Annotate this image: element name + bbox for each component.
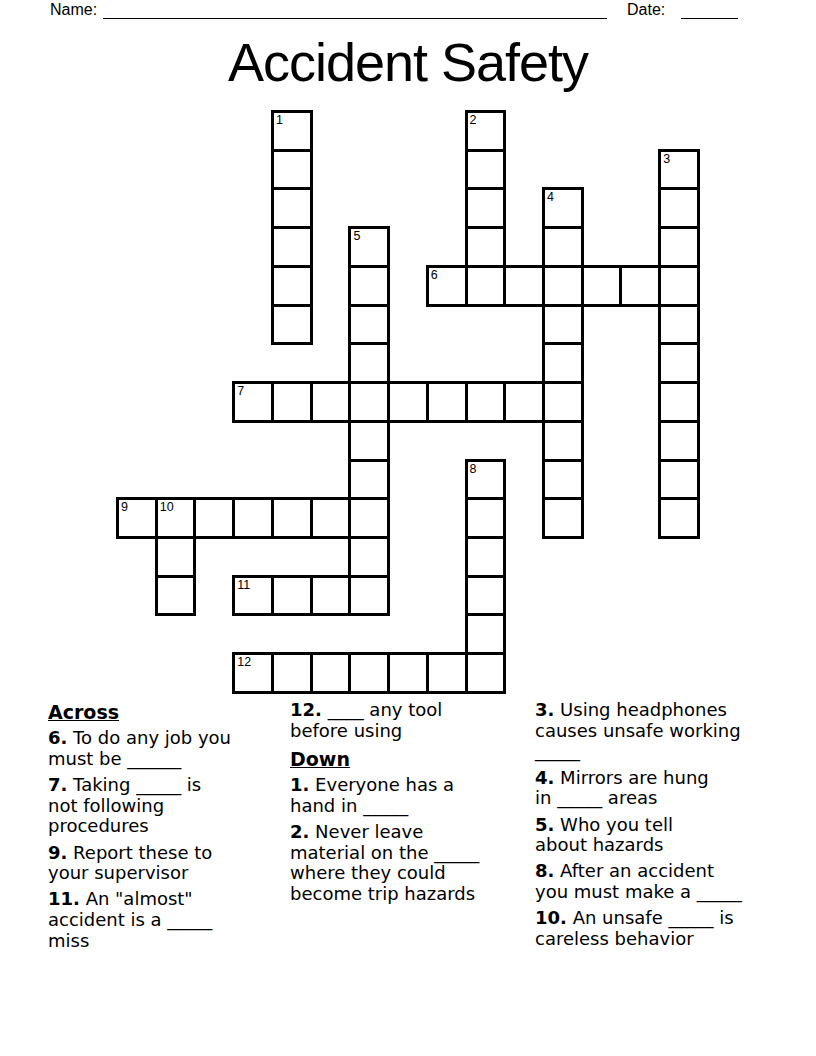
grid-cell-r4c13[interactable] bbox=[619, 265, 661, 307]
grid-cell-r5c14[interactable] bbox=[658, 304, 700, 346]
clue-text: Using headphones causes unsafe working _… bbox=[535, 699, 741, 761]
grid-cell-r7c10[interactable] bbox=[503, 381, 545, 423]
grid-cell-r8c14[interactable] bbox=[658, 420, 700, 462]
clue-number: 11. bbox=[48, 888, 80, 909]
grid-cell-r2c4[interactable] bbox=[271, 187, 313, 229]
clue-number: 4. bbox=[535, 767, 554, 788]
grid-cell-r4c6[interactable] bbox=[348, 265, 390, 307]
grid-cell-r5c6[interactable] bbox=[348, 304, 390, 346]
page-title: Accident Safety bbox=[0, 34, 816, 90]
grid-cell-r6c14[interactable] bbox=[658, 342, 700, 384]
cell-number-10: 10 bbox=[160, 501, 174, 514]
grid-cell-r7c6[interactable] bbox=[348, 381, 390, 423]
clue-12-across: 12. ____ any tool before using bbox=[290, 700, 530, 741]
grid-cell-r14c6[interactable] bbox=[348, 652, 390, 694]
grid-cell-r11c9[interactable] bbox=[465, 536, 507, 578]
clue-text: Report these to your supervisor bbox=[48, 842, 212, 884]
cell-number-12: 12 bbox=[237, 656, 251, 669]
cell-number-8: 8 bbox=[470, 463, 477, 476]
grid-cell-r12c6[interactable] bbox=[348, 575, 390, 617]
grid-cell-r14c9[interactable] bbox=[465, 652, 507, 694]
grid-cell-r3c4[interactable] bbox=[271, 226, 313, 268]
cell-number-6: 6 bbox=[431, 269, 438, 282]
name-fill-line[interactable] bbox=[103, 0, 607, 19]
clues-column-right: 3. Using headphones causes unsafe workin… bbox=[535, 700, 793, 955]
grid-cell-r4c12[interactable] bbox=[581, 265, 623, 307]
grid-cell-r3c9[interactable] bbox=[465, 226, 507, 268]
grid-cell-r7c9[interactable] bbox=[465, 381, 507, 423]
clue-8-down: 8. After an accident you must make a ___… bbox=[535, 861, 793, 902]
cell-number-9: 9 bbox=[121, 501, 128, 514]
grid-cell-r6c6[interactable] bbox=[348, 342, 390, 384]
cell-number-7: 7 bbox=[237, 385, 244, 398]
down-heading: Down bbox=[290, 747, 530, 771]
clue-11-across: 11. An "almost" accident is a _____ miss bbox=[48, 889, 293, 951]
grid-cell-r12c5[interactable] bbox=[310, 575, 352, 617]
grid-cell-r7c8[interactable] bbox=[426, 381, 468, 423]
clue-3-down: 3. Using headphones causes unsafe workin… bbox=[535, 700, 793, 762]
grid-cell-r7c11[interactable] bbox=[542, 381, 584, 423]
grid-cell-r10c14[interactable] bbox=[658, 497, 700, 539]
clues-column-left: Across 6. To do any job you must be ____… bbox=[48, 700, 293, 957]
grid-cell-r9c11[interactable] bbox=[542, 459, 584, 501]
clue-6-across: 6. To do any job you must be ______ bbox=[48, 728, 293, 769]
grid-cell-r14c8[interactable] bbox=[426, 652, 468, 694]
crossword-grid: 123456789101112 bbox=[116, 110, 697, 691]
grid-cell-r10c5[interactable] bbox=[310, 497, 352, 539]
clue-9-across: 9. Report these to your supervisor bbox=[48, 843, 293, 884]
grid-cell-r12c1[interactable] bbox=[155, 575, 197, 617]
grid-cell-r3c11[interactable] bbox=[542, 226, 584, 268]
grid-cell-r12c4[interactable] bbox=[271, 575, 313, 617]
clue-number: 10. bbox=[535, 907, 567, 928]
grid-cell-r2c14[interactable] bbox=[658, 187, 700, 229]
clue-5-down: 5. Who you tell about hazards bbox=[535, 815, 793, 856]
grid-cell-r10c9[interactable] bbox=[465, 497, 507, 539]
date-fill-line[interactable] bbox=[681, 0, 738, 19]
grid-cell-r4c14[interactable] bbox=[658, 265, 700, 307]
grid-cell-r14c7[interactable] bbox=[387, 652, 429, 694]
clue-number: 7. bbox=[48, 774, 67, 795]
clue-text: Who you tell about hazards bbox=[535, 814, 673, 856]
clue-number: 6. bbox=[48, 727, 67, 748]
clue-text: Never leave material on the _____ where … bbox=[290, 821, 479, 904]
grid-cell-r13c9[interactable] bbox=[465, 613, 507, 655]
grid-cell-r7c5[interactable] bbox=[310, 381, 352, 423]
cell-number-2: 2 bbox=[470, 114, 477, 127]
clue-number: 8. bbox=[535, 860, 554, 881]
clue-10-down: 10. An unsafe _____ is careless behavior bbox=[535, 908, 793, 949]
grid-cell-r1c9[interactable] bbox=[465, 149, 507, 191]
grid-cell-r6c11[interactable] bbox=[542, 342, 584, 384]
cell-number-11: 11 bbox=[237, 579, 250, 592]
grid-cell-r14c4[interactable] bbox=[271, 652, 313, 694]
grid-cell-r12c9[interactable] bbox=[465, 575, 507, 617]
grid-cell-r8c6[interactable] bbox=[348, 420, 390, 462]
grid-cell-r5c11[interactable] bbox=[542, 304, 584, 346]
grid-cell-r10c6[interactable] bbox=[348, 497, 390, 539]
grid-cell-r2c9[interactable] bbox=[465, 187, 507, 229]
grid-cell-r14c5[interactable] bbox=[310, 652, 352, 694]
grid-cell-r9c14[interactable] bbox=[658, 459, 700, 501]
clue-text: Everyone has a hand in _____ bbox=[290, 774, 454, 816]
name-label: Name: bbox=[50, 1, 97, 19]
grid-cell-r10c4[interactable] bbox=[271, 497, 313, 539]
clue-text: After an accident you must make a _____ bbox=[535, 860, 742, 902]
grid-cell-r11c6[interactable] bbox=[348, 536, 390, 578]
clue-1-down: 1. Everyone has a hand in _____ bbox=[290, 775, 530, 816]
grid-cell-r10c11[interactable] bbox=[542, 497, 584, 539]
grid-cell-r7c7[interactable] bbox=[387, 381, 429, 423]
clue-number: 3. bbox=[535, 699, 554, 720]
clue-text: Mirrors are hung in _____ areas bbox=[535, 767, 709, 809]
date-label: Date: bbox=[627, 1, 665, 19]
grid-cell-r9c6[interactable] bbox=[348, 459, 390, 501]
grid-cell-r1c4[interactable] bbox=[271, 149, 313, 191]
clue-number: 9. bbox=[48, 842, 67, 863]
clue-number: 1. bbox=[290, 774, 309, 795]
grid-cell-r4c10[interactable] bbox=[503, 265, 545, 307]
grid-cell-r10c2[interactable] bbox=[193, 497, 235, 539]
clue-7-across: 7. Taking _____ is not following procedu… bbox=[48, 775, 293, 837]
cell-number-5: 5 bbox=[353, 230, 360, 243]
across-heading: Across bbox=[48, 700, 293, 724]
cell-number-3: 3 bbox=[663, 153, 670, 166]
clue-text: Taking _____ is not following procedures bbox=[48, 774, 201, 836]
grid-cell-r11c1[interactable] bbox=[155, 536, 197, 578]
clue-text: To do any job you must be ______ bbox=[48, 727, 231, 769]
grid-cell-r7c14[interactable] bbox=[658, 381, 700, 423]
clues-column-middle: 12. ____ any tool before using Down 1. E… bbox=[290, 700, 530, 910]
grid-cell-r10c3[interactable] bbox=[232, 497, 274, 539]
grid-cell-r5c4[interactable] bbox=[271, 304, 313, 346]
grid-cell-r8c11[interactable] bbox=[542, 420, 584, 462]
grid-cell-r7c4[interactable] bbox=[271, 381, 313, 423]
clue-number: 5. bbox=[535, 814, 554, 835]
clue-number: 2. bbox=[290, 821, 309, 842]
clue-4-down: 4. Mirrors are hung in _____ areas bbox=[535, 768, 793, 809]
clue-2-down: 2. Never leave material on the _____ whe… bbox=[290, 822, 530, 905]
grid-cell-r4c9[interactable] bbox=[465, 265, 507, 307]
grid-cell-r3c14[interactable] bbox=[658, 226, 700, 268]
grid-cell-r4c4[interactable] bbox=[271, 265, 313, 307]
cell-number-4: 4 bbox=[547, 191, 554, 204]
grid-cell-r4c11[interactable] bbox=[542, 265, 584, 307]
cell-number-1: 1 bbox=[276, 114, 283, 127]
clue-number: 12. bbox=[290, 699, 322, 720]
